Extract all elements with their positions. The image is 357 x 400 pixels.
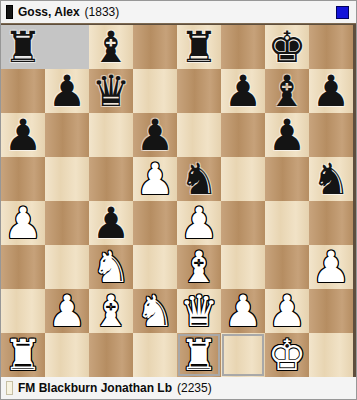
square-c1[interactable] bbox=[89, 333, 133, 377]
square-d3[interactable] bbox=[133, 245, 177, 289]
square-g3[interactable] bbox=[265, 245, 309, 289]
square-a1[interactable]: ♜︎ bbox=[1, 333, 45, 377]
white-side-swatch-icon bbox=[6, 381, 13, 395]
white-rook: ♜︎ bbox=[180, 333, 219, 377]
square-e7[interactable] bbox=[177, 69, 221, 113]
square-d7[interactable] bbox=[133, 69, 177, 113]
black-pawn: ♟︎ bbox=[224, 69, 263, 113]
black-pawn: ♟︎ bbox=[136, 113, 175, 157]
black-side-swatch-icon bbox=[6, 5, 13, 19]
square-f6[interactable] bbox=[221, 113, 265, 157]
square-c3[interactable]: ♞︎ bbox=[89, 245, 133, 289]
bottom-player-rating: (2235) bbox=[177, 381, 212, 395]
square-a8[interactable]: ♜︎ bbox=[1, 25, 45, 69]
black-knight: ♞︎ bbox=[180, 157, 219, 201]
square-e2[interactable]: ♛︎ bbox=[177, 289, 221, 333]
white-pawn: ♟︎ bbox=[136, 157, 175, 201]
square-c5[interactable] bbox=[89, 157, 133, 201]
square-b1[interactable] bbox=[45, 333, 89, 377]
square-e3[interactable]: ♝︎ bbox=[177, 245, 221, 289]
black-knight: ♞︎ bbox=[312, 157, 351, 201]
white-pawn: ♟︎ bbox=[224, 289, 263, 333]
square-a4[interactable]: ♟︎ bbox=[1, 201, 45, 245]
square-f5[interactable] bbox=[221, 157, 265, 201]
square-b7[interactable]: ♟︎ bbox=[45, 69, 89, 113]
square-a7[interactable] bbox=[1, 69, 45, 113]
black-pawn: ♟︎ bbox=[48, 69, 87, 113]
chess-window: Goss, Alex (1833) ♜︎♝︎♜︎♚︎♟︎♛︎♟︎♝︎♟︎♟︎♟︎… bbox=[0, 0, 357, 400]
white-bishop: ♝︎ bbox=[92, 289, 131, 333]
square-a3[interactable] bbox=[1, 245, 45, 289]
white-king: ♚︎ bbox=[268, 333, 307, 377]
white-pawn: ♟︎ bbox=[180, 201, 219, 245]
square-d6[interactable]: ♟︎ bbox=[133, 113, 177, 157]
black-rook: ♜︎ bbox=[180, 25, 219, 69]
chess-board: ♜︎♝︎♜︎♚︎♟︎♛︎♟︎♝︎♟︎♟︎♟︎♟︎♟︎♞︎♞︎♟︎♟︎♟︎♞︎♝︎… bbox=[1, 25, 353, 377]
square-h2[interactable] bbox=[309, 289, 353, 333]
black-bishop: ♝︎ bbox=[268, 69, 307, 113]
square-d5[interactable]: ♟︎ bbox=[133, 157, 177, 201]
square-g4[interactable] bbox=[265, 201, 309, 245]
black-king: ♚︎ bbox=[268, 25, 307, 69]
square-h8[interactable] bbox=[309, 25, 353, 69]
board-frame: ♜︎♝︎♜︎♚︎♟︎♛︎♟︎♝︎♟︎♟︎♟︎♟︎♟︎♞︎♞︎♟︎♟︎♟︎♞︎♝︎… bbox=[1, 23, 356, 377]
top-player-name: Goss, Alex bbox=[18, 5, 80, 19]
black-pawn: ♟︎ bbox=[268, 113, 307, 157]
black-pawn: ♟︎ bbox=[92, 201, 131, 245]
square-b2[interactable]: ♟︎ bbox=[45, 289, 89, 333]
square-e6[interactable] bbox=[177, 113, 221, 157]
square-e5[interactable]: ♞︎ bbox=[177, 157, 221, 201]
top-player-rating: (1833) bbox=[85, 5, 120, 19]
white-bishop: ♝︎ bbox=[180, 245, 219, 289]
square-a6[interactable]: ♟︎ bbox=[1, 113, 45, 157]
white-knight: ♞︎ bbox=[136, 289, 175, 333]
square-c7[interactable]: ♛︎ bbox=[89, 69, 133, 113]
white-pawn: ♟︎ bbox=[48, 289, 87, 333]
square-g8[interactable]: ♚︎ bbox=[265, 25, 309, 69]
square-c2[interactable]: ♝︎ bbox=[89, 289, 133, 333]
square-g5[interactable] bbox=[265, 157, 309, 201]
square-d4[interactable] bbox=[133, 201, 177, 245]
square-h5[interactable]: ♞︎ bbox=[309, 157, 353, 201]
white-pawn: ♟︎ bbox=[268, 289, 307, 333]
square-f2[interactable]: ♟︎ bbox=[221, 289, 265, 333]
square-b3[interactable] bbox=[45, 245, 89, 289]
square-c8[interactable]: ♝︎ bbox=[89, 25, 133, 69]
square-g7[interactable]: ♝︎ bbox=[265, 69, 309, 113]
square-b4[interactable] bbox=[45, 201, 89, 245]
square-f1[interactable] bbox=[221, 333, 265, 377]
square-c6[interactable] bbox=[89, 113, 133, 157]
white-queen: ♛︎ bbox=[180, 289, 219, 333]
square-f3[interactable] bbox=[221, 245, 265, 289]
square-g6[interactable]: ♟︎ bbox=[265, 113, 309, 157]
square-f4[interactable] bbox=[221, 201, 265, 245]
square-h6[interactable] bbox=[309, 113, 353, 157]
status-blue-square-icon bbox=[336, 6, 349, 19]
square-e8[interactable]: ♜︎ bbox=[177, 25, 221, 69]
square-h3[interactable]: ♟︎ bbox=[309, 245, 353, 289]
square-c4[interactable]: ♟︎ bbox=[89, 201, 133, 245]
bottom-player-name: FM Blackburn Jonathan Lb bbox=[18, 381, 172, 395]
square-b8[interactable] bbox=[45, 25, 89, 69]
bottom-player-bar: FM Blackburn Jonathan Lb (2235) bbox=[1, 377, 356, 399]
top-player-bar: Goss, Alex (1833) bbox=[1, 1, 356, 23]
white-knight: ♞︎ bbox=[92, 245, 131, 289]
black-pawn: ♟︎ bbox=[312, 69, 351, 113]
square-h1[interactable] bbox=[309, 333, 353, 377]
square-d8[interactable] bbox=[133, 25, 177, 69]
square-g1[interactable]: ♚︎ bbox=[265, 333, 309, 377]
black-bishop: ♝︎ bbox=[92, 25, 131, 69]
black-rook: ♜︎ bbox=[4, 25, 43, 69]
square-a5[interactable] bbox=[1, 157, 45, 201]
square-f7[interactable]: ♟︎ bbox=[221, 69, 265, 113]
square-e4[interactable]: ♟︎ bbox=[177, 201, 221, 245]
square-h7[interactable]: ♟︎ bbox=[309, 69, 353, 113]
square-b6[interactable] bbox=[45, 113, 89, 157]
square-g2[interactable]: ♟︎ bbox=[265, 289, 309, 333]
square-f8[interactable] bbox=[221, 25, 265, 69]
white-pawn: ♟︎ bbox=[312, 245, 351, 289]
square-d2[interactable]: ♞︎ bbox=[133, 289, 177, 333]
white-pawn: ♟︎ bbox=[4, 201, 43, 245]
square-e1[interactable]: ♜︎ bbox=[177, 333, 221, 377]
square-h4[interactable] bbox=[309, 201, 353, 245]
square-b5[interactable] bbox=[45, 157, 89, 201]
black-pawn: ♟︎ bbox=[4, 113, 43, 157]
square-d1[interactable] bbox=[133, 333, 177, 377]
square-a2[interactable] bbox=[1, 289, 45, 333]
white-rook: ♜︎ bbox=[4, 333, 43, 377]
black-queen: ♛︎ bbox=[92, 69, 131, 113]
